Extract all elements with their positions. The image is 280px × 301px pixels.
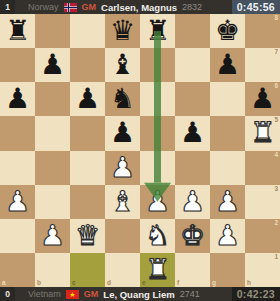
chess-board[interactable]: ♜♛♜♚8♟♝♟7♟♟♞6♟♟♟5♜♟4♟♝♟♟♟3♟♛♞♚♟2abcde♜fg… (0, 14, 280, 287)
square-f6[interactable] (175, 82, 210, 116)
square-e7[interactable] (140, 48, 175, 82)
square-b8[interactable] (35, 14, 70, 48)
black-bishop-d7[interactable]: ♝ (105, 48, 140, 82)
white-pawn-f3[interactable]: ♟ (175, 185, 210, 219)
square-a3[interactable]: ♟ (0, 185, 35, 219)
bottom-player-clock: 0:42:23 (232, 287, 280, 301)
square-c4[interactable] (70, 151, 105, 185)
square-g1[interactable]: g (210, 253, 245, 287)
norway-flag-icon (64, 3, 77, 12)
square-f1[interactable]: f (175, 253, 210, 287)
file-label-b: b (37, 280, 41, 287)
vietnam-flag-icon: ★ (66, 290, 79, 299)
file-label-e: e (142, 280, 146, 287)
square-a7[interactable] (0, 48, 35, 82)
square-c5[interactable] (70, 116, 105, 150)
rank-label-7: 7 (274, 49, 278, 56)
square-g7[interactable]: ♟ (210, 48, 245, 82)
square-b2[interactable]: ♟ (35, 219, 70, 253)
black-king-g8[interactable]: ♚ (210, 14, 245, 48)
white-pawn-g2[interactable]: ♟ (210, 219, 245, 253)
rank-label-5: 5 (274, 117, 278, 124)
square-d1[interactable]: d (105, 253, 140, 287)
black-knight-d6[interactable]: ♞ (105, 82, 140, 116)
black-pawn-c6[interactable]: ♟ (70, 82, 105, 116)
white-pawn-d4[interactable]: ♟ (105, 151, 140, 185)
square-a8[interactable]: ♜ (0, 14, 35, 48)
white-rook-h5[interactable]: ♜ (245, 116, 280, 150)
white-pawn-e3[interactable]: ♟ (140, 185, 175, 219)
square-b7[interactable]: ♟ (35, 48, 70, 82)
white-bishop-d3[interactable]: ♝ (105, 185, 140, 219)
black-queen-d8[interactable]: ♛ (105, 14, 140, 48)
square-a4[interactable] (0, 151, 35, 185)
black-pawn-g7[interactable]: ♟ (210, 48, 245, 82)
rank-label-2: 2 (274, 220, 278, 227)
square-h1[interactable]: 1h (245, 253, 280, 287)
square-c7[interactable] (70, 48, 105, 82)
square-h7[interactable]: 7 (245, 48, 280, 82)
white-pawn-g3[interactable]: ♟ (210, 185, 245, 219)
square-d4[interactable]: ♟ (105, 151, 140, 185)
square-f4[interactable] (175, 151, 210, 185)
square-a5[interactable] (0, 116, 35, 150)
square-e5[interactable] (140, 116, 175, 150)
square-a6[interactable]: ♟ (0, 82, 35, 116)
square-c3[interactable] (70, 185, 105, 219)
rank-label-6: 6 (274, 83, 278, 90)
square-c8[interactable] (70, 14, 105, 48)
square-h6[interactable]: 6♟ (245, 82, 280, 116)
square-f2[interactable]: ♚ (175, 219, 210, 253)
square-b6[interactable] (35, 82, 70, 116)
white-queen-c2[interactable]: ♛ (70, 219, 105, 253)
white-rook-e1[interactable]: ♜ (140, 253, 175, 287)
top-player-rating: 2832 (182, 2, 202, 12)
square-c6[interactable]: ♟ (70, 82, 105, 116)
square-h5[interactable]: 5♜ (245, 116, 280, 150)
top-player-bar: 1 Norway GM Carlsen, Magnus 2832 0:45:56 (0, 0, 280, 14)
chess-broadcast-window: 1 Norway GM Carlsen, Magnus 2832 0:45:56… (0, 0, 280, 301)
square-f3[interactable]: ♟ (175, 185, 210, 219)
top-player-name[interactable]: Carlsen, Magnus (101, 2, 177, 13)
rank-label-3: 3 (274, 186, 278, 193)
black-pawn-b7[interactable]: ♟ (35, 48, 70, 82)
rank-label-4: 4 (274, 152, 278, 159)
square-b3[interactable] (35, 185, 70, 219)
rank-label-8: 8 (274, 15, 278, 22)
bottom-player-score: 0 (0, 287, 15, 301)
square-g8[interactable]: ♚ (210, 14, 245, 48)
square-h2[interactable]: 2 (245, 219, 280, 253)
file-label-d: d (107, 280, 111, 287)
square-d7[interactable]: ♝ (105, 48, 140, 82)
square-e2[interactable]: ♞ (140, 219, 175, 253)
square-d3[interactable]: ♝ (105, 185, 140, 219)
white-king-f2[interactable]: ♚ (175, 219, 210, 253)
square-e3[interactable]: ♟ (140, 185, 175, 219)
square-a1[interactable]: a (0, 253, 35, 287)
square-e8[interactable]: ♜ (140, 14, 175, 48)
top-player-score: 1 (0, 0, 15, 14)
square-c2[interactable]: ♛ (70, 219, 105, 253)
rank-label-1: 1 (274, 254, 278, 261)
square-f5[interactable]: ♟ (175, 116, 210, 150)
file-label-c: c (72, 280, 76, 287)
square-f8[interactable] (175, 14, 210, 48)
square-d5[interactable]: ♟ (105, 116, 140, 150)
square-b4[interactable] (35, 151, 70, 185)
white-pawn-b2[interactable]: ♟ (35, 219, 70, 253)
file-label-h: h (247, 280, 251, 287)
square-a2[interactable] (0, 219, 35, 253)
file-label-g: g (212, 280, 216, 287)
square-g5[interactable] (210, 116, 245, 150)
square-f7[interactable] (175, 48, 210, 82)
file-label-f: f (177, 280, 179, 287)
bottom-player-rating: 2741 (180, 289, 200, 299)
black-pawn-h6[interactable]: ♟ (245, 82, 280, 116)
square-g4[interactable] (210, 151, 245, 185)
square-g6[interactable] (210, 82, 245, 116)
black-rook-a8[interactable]: ♜ (0, 14, 35, 48)
top-player-country: Norway (28, 2, 59, 12)
white-knight-e2[interactable]: ♞ (140, 219, 175, 253)
square-d6[interactable]: ♞ (105, 82, 140, 116)
top-player-title: GM (82, 2, 97, 12)
white-pawn-a3[interactable]: ♟ (0, 185, 35, 219)
square-h4[interactable]: 4 (245, 151, 280, 185)
bottom-player-bar: 0 Vietnam ★ GM Le, Quang Liem 2741 0:42:… (0, 287, 280, 301)
bottom-player-name[interactable]: Le, Quang Liem (103, 289, 174, 300)
square-g3[interactable]: ♟ (210, 185, 245, 219)
black-pawn-d5[interactable]: ♟ (105, 116, 140, 150)
bottom-player-title: GM (84, 289, 99, 299)
square-e6[interactable] (140, 82, 175, 116)
black-rook-e8[interactable]: ♜ (140, 14, 175, 48)
black-pawn-a6[interactable]: ♟ (0, 82, 35, 116)
top-player-clock: 0:45:56 (232, 0, 280, 14)
square-e4[interactable] (140, 151, 175, 185)
square-c1[interactable]: c (70, 253, 105, 287)
black-pawn-f5[interactable]: ♟ (175, 116, 210, 150)
square-d8[interactable]: ♛ (105, 14, 140, 48)
square-h8[interactable]: 8 (245, 14, 280, 48)
square-g2[interactable]: ♟ (210, 219, 245, 253)
square-b1[interactable]: b (35, 253, 70, 287)
square-e1[interactable]: e♜ (140, 253, 175, 287)
square-d2[interactable] (105, 219, 140, 253)
square-b5[interactable] (35, 116, 70, 150)
square-h3[interactable]: 3 (245, 185, 280, 219)
file-label-a: a (2, 280, 6, 287)
bottom-player-country: Vietnam (28, 289, 61, 299)
